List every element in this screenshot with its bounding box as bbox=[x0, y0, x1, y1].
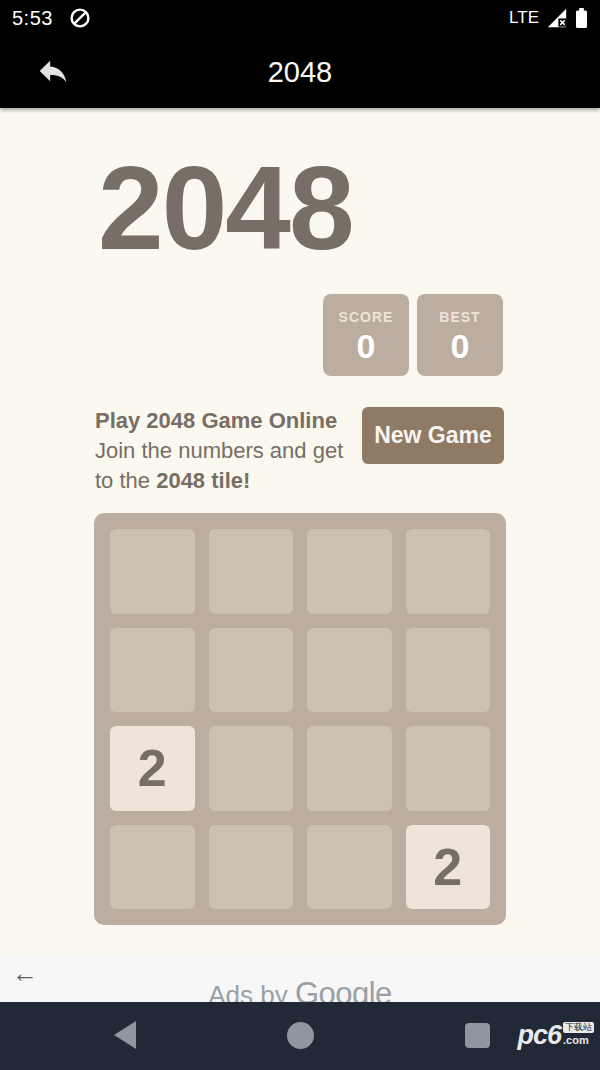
intro-text: Play 2048 Game Online Join the numbers a… bbox=[95, 406, 363, 496]
do-not-disturb-icon bbox=[69, 7, 91, 29]
best-label: BEST bbox=[439, 309, 480, 325]
tile-2-r3c1: 2 bbox=[110, 726, 195, 811]
empty-cell-r2c2 bbox=[209, 628, 294, 713]
empty-cell-r4c3 bbox=[307, 825, 392, 910]
empty-cell-r3c3 bbox=[307, 726, 392, 811]
game-title: 2048 bbox=[98, 144, 408, 274]
empty-cell-r3c4 bbox=[406, 726, 491, 811]
intro-line1: Join the numbers and get bbox=[95, 436, 363, 466]
app-bar-title: 2048 bbox=[0, 56, 600, 89]
phone-screen: 5:53 LTE bbox=[0, 0, 600, 1070]
status-time: 5:53 bbox=[12, 7, 53, 30]
intro-line2: to the 2048 tile! bbox=[95, 466, 363, 496]
nav-home-button[interactable] bbox=[287, 1022, 314, 1049]
score-box: SCORE 0 bbox=[323, 294, 409, 376]
score-panel: SCORE 0 BEST 0 bbox=[323, 294, 503, 376]
empty-cell-r2c4 bbox=[406, 628, 491, 713]
empty-cell-r1c3 bbox=[307, 529, 392, 614]
watermark-brand: pc6 bbox=[517, 1022, 561, 1049]
top-black-bar: 5:53 LTE bbox=[0, 0, 600, 108]
status-bar: 5:53 LTE bbox=[0, 0, 600, 36]
battery-icon bbox=[575, 7, 588, 29]
signal-no-internet-icon bbox=[546, 7, 568, 29]
best-box: BEST 0 bbox=[417, 294, 503, 376]
empty-cell-r2c1 bbox=[110, 628, 195, 713]
best-value: 0 bbox=[451, 327, 470, 366]
nav-back-button[interactable] bbox=[114, 1021, 136, 1049]
intro-goal: 2048 tile! bbox=[156, 468, 250, 493]
empty-cell-r4c1 bbox=[110, 825, 195, 910]
back-arrow-icon[interactable] bbox=[36, 54, 70, 88]
intro-heading: Play 2048 Game Online bbox=[95, 406, 363, 436]
game-board[interactable]: 22 bbox=[94, 513, 506, 925]
empty-cell-r4c2 bbox=[209, 825, 294, 910]
score-value: 0 bbox=[357, 327, 376, 366]
pc6-watermark: pc6 下载站 .com bbox=[517, 1022, 594, 1049]
app-bar: 2048 bbox=[0, 36, 600, 108]
watermark-domain: .com bbox=[563, 1035, 589, 1046]
tile-2-r4c4: 2 bbox=[406, 825, 491, 910]
empty-cell-r1c1 bbox=[110, 529, 195, 614]
empty-cell-r2c3 bbox=[307, 628, 392, 713]
nav-recents-button[interactable] bbox=[465, 1023, 490, 1048]
status-right-cluster: LTE bbox=[509, 7, 588, 29]
new-game-button[interactable]: New Game bbox=[362, 407, 504, 464]
score-label: SCORE bbox=[339, 309, 394, 325]
empty-cell-r3c2 bbox=[209, 726, 294, 811]
empty-cell-r1c2 bbox=[209, 529, 294, 614]
empty-cell-r1c4 bbox=[406, 529, 491, 614]
watermark-badge: 下载站 bbox=[563, 1022, 594, 1033]
network-type-label: LTE bbox=[509, 8, 539, 28]
